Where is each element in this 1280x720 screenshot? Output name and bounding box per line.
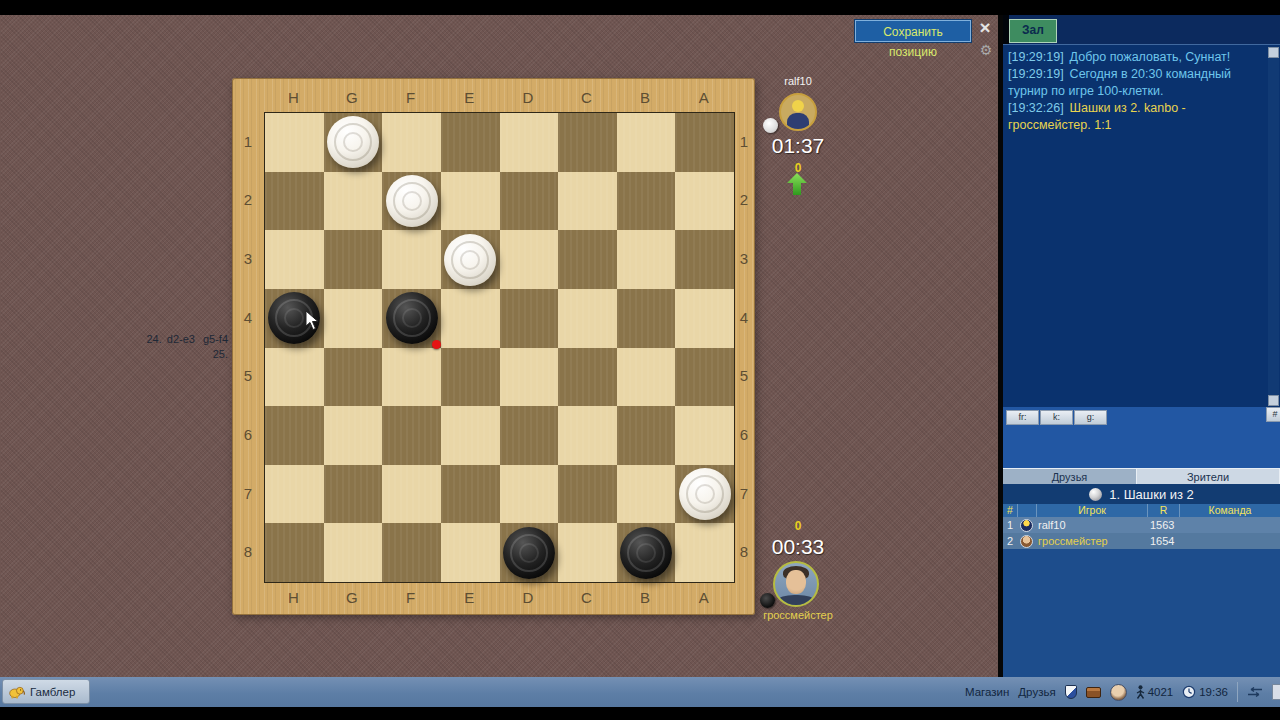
row-label-right-7: 7 [734,464,754,523]
board-square-d4[interactable] [500,289,559,348]
row-label-right-4: 4 [734,288,754,347]
board-square-e8[interactable] [441,523,500,582]
row-label-left-3: 3 [234,229,262,288]
board-square-c4[interactable] [558,289,617,348]
bottom-player-clock: 00:33 [755,535,841,559]
col-label-bottom-D: D [499,585,558,609]
bottom-player-name: гроссмейстер [750,609,846,621]
avatar-face [786,570,806,594]
board-square-g8[interactable] [324,523,383,582]
row-avatar-cell [1017,535,1036,548]
board-square-d6[interactable] [500,406,559,465]
board-square-c8[interactable] [558,523,617,582]
board-square-h7[interactable] [265,465,324,524]
table-header-Игрок: Игрок [1036,504,1147,517]
col-label-bottom-C: C [557,585,616,609]
player-rating: 1563 [1147,517,1179,533]
scroll-up-arrow[interactable] [1268,47,1279,58]
board-square-f4[interactable] [382,289,441,348]
player-name: гроссмейстер [1036,533,1147,549]
game-header-label: 1. Шашки из 2 [1109,487,1194,502]
board-square-e1[interactable] [441,113,500,172]
table-row-ralf10[interactable]: 1ralf101563 [1003,517,1280,533]
avatar-shoulders [778,595,814,607]
online-count: 4021 [1136,685,1174,699]
board-square-e4[interactable] [441,289,500,348]
chat-message: [19:29:19]Добро пожаловать, Суннат! [1008,49,1266,66]
table-header-#: # [1003,504,1017,517]
quick-button-fr[interactable]: fr: [1006,410,1039,425]
board-square-b3[interactable] [617,230,676,289]
top-player-avatar [779,93,817,131]
row-labels-right: 12345678 [734,112,754,581]
board-square-e2[interactable] [441,172,500,231]
avatar-head-icon [792,100,804,112]
row-label-right-1: 1 [734,112,754,171]
chat-scrollbar[interactable] [1268,47,1279,406]
col-label-top-C: C [557,85,616,109]
row-labels-left: 12345678 [234,112,262,581]
gambler-elephant-icon [8,685,25,699]
row-label-right-5: 5 [734,347,754,406]
board-square-g1[interactable] [324,113,383,172]
shield-icon[interactable] [1065,685,1077,699]
black-piece-indicator-icon [760,593,775,608]
board-square-c6[interactable] [558,406,617,465]
col-label-bottom-B: B [616,585,675,609]
taskbar-friends-link[interactable]: Друзья [1018,686,1055,698]
board-square-e5[interactable] [441,348,500,407]
column-labels-bottom: HGFEDCBA [264,585,733,609]
board-square-d1[interactable] [500,113,559,172]
board-square-e3[interactable] [441,230,500,289]
board-square-a2[interactable] [675,172,734,231]
board-square-b1[interactable] [617,113,676,172]
game-area: Сохранить позицию × ⚙ 24.d2-e3g5-f4 25. … [0,15,998,677]
board-square-c5[interactable] [558,348,617,407]
players-table-header: #ИгрокRКоманда [1003,504,1280,517]
board-square-d3[interactable] [500,230,559,289]
person-icon [1136,685,1145,699]
board-square-f2[interactable] [382,172,441,231]
spectators-tabs: ДрузьяЗрители [1003,468,1280,484]
side-panel: Зал [19:29:19]Добро пожаловать, Суннат![… [1003,15,1280,677]
taskbar-app-button[interactable]: Гамблер [2,679,90,704]
taskbar: Гамблер Магазин Друзья 4021 19:36 [0,677,1280,707]
row-label-right-6: 6 [734,405,754,464]
board-square-f6[interactable] [382,406,441,465]
board-square-c3[interactable] [558,230,617,289]
col-label-bottom-H: H [264,585,323,609]
ball-icon [1089,488,1102,501]
taskbar-right-cluster: Магазин Друзья 4021 19:36 [965,677,1280,707]
checkers-board-frame: HGFEDCBA HGFEDCBA 12345678 12345678 [232,78,755,615]
row-label-right-2: 2 [734,171,754,230]
board-square-h2[interactable] [265,172,324,231]
board-square-a1[interactable] [675,113,734,172]
taskbar-avatar-icon[interactable] [1110,684,1127,701]
board-square-h3[interactable] [265,230,324,289]
row-label-left-5: 5 [234,347,262,406]
tab-hall[interactable]: Зал [1009,19,1057,43]
table-header-R: R [1147,504,1179,517]
quick-button-k[interactable]: k: [1040,410,1073,425]
table-header-Команда: Команда [1179,504,1280,517]
top-player-name: ralf10 [755,75,841,87]
board-square-f5[interactable] [382,348,441,407]
board-square-a6[interactable] [675,406,734,465]
board-square-f1[interactable] [382,113,441,172]
col-label-top-H: H [264,85,323,109]
row-label-left-1: 1 [234,112,262,171]
chat-text: Добро пожаловать, Суннат! [1070,50,1231,64]
player-name: ralf10 [1036,517,1147,533]
board-square-h8[interactable] [265,523,324,582]
board-square-c7[interactable] [558,465,617,524]
edge-window-icon[interactable] [1272,684,1280,700]
move-list-line: 24.d2-e3g5-f4 [128,332,228,347]
board-square-g2[interactable] [324,172,383,231]
col-label-bottom-E: E [440,585,499,609]
board-square-f7[interactable] [382,465,441,524]
board-square-h5[interactable] [265,348,324,407]
player-rating: 1654 [1147,533,1179,549]
board-square-g6[interactable] [324,406,383,465]
row-label-left-6: 6 [234,405,262,464]
board-square-g5[interactable] [324,348,383,407]
chat-timestamp: [19:29:19] [1008,50,1064,64]
row-label-left-7: 7 [234,464,262,523]
board-square-g3[interactable] [324,230,383,289]
board-square-a7[interactable] [675,465,734,524]
board-square-c2[interactable] [558,172,617,231]
tab-spectators[interactable]: Зрители [1137,468,1280,484]
board-square-d5[interactable] [500,348,559,407]
board-square-a4[interactable] [675,289,734,348]
col-label-top-A: A [674,85,733,109]
board-square-b5[interactable] [617,348,676,407]
close-icon[interactable]: × [974,17,996,39]
table-header-icon [1017,504,1036,517]
board-square-h4[interactable] [265,289,324,348]
network-arrows-icon[interactable] [1247,687,1263,697]
chat-message: [19:29:19]Сегодня в 20:30 командный турн… [1008,66,1266,100]
row-label-left-8: 8 [234,522,262,581]
col-label-top-D: D [499,85,558,109]
chat-input-block: fr:k:g: # [1003,407,1280,468]
chat-box: [19:29:19]Добро пожаловать, Суннат![19:2… [1003,44,1280,407]
clock-icon [1182,685,1196,699]
top-player-score: 0 [755,161,841,175]
board-square-g4[interactable] [324,289,383,348]
board-square-b4[interactable] [617,289,676,348]
checkers-board [264,112,735,583]
board-square-a8[interactable] [675,523,734,582]
board-square-h6[interactable] [265,406,324,465]
move-list: 24.d2-e3g5-f4 25. [128,332,228,362]
board-square-a5[interactable] [675,348,734,407]
col-label-top-F: F [381,85,440,109]
row-number: 2 [1003,533,1017,549]
board-square-b6[interactable] [617,406,676,465]
board-square-h1[interactable] [265,113,324,172]
chat-timestamp: [19:32:26] [1008,101,1064,115]
table-row-гроссмейстер[interactable]: 2гроссмейстер1654 [1003,533,1280,549]
white-piece-indicator-icon [763,118,778,133]
row-label-left-2: 2 [234,171,262,230]
board-square-d8[interactable] [500,523,559,582]
gear-icon[interactable]: ⚙ [977,41,995,59]
row-label-right-3: 3 [734,229,754,288]
board-square-c1[interactable] [558,113,617,172]
chat-message: [19:32:26]Шашки из 2. kanbo - гроссмейст… [1008,100,1266,134]
quick-button-edge[interactable]: # [1266,407,1280,422]
col-label-bottom-G: G [323,585,382,609]
bottom-player-score: 0 [755,519,841,533]
board-square-d2[interactable] [500,172,559,231]
chat-tab-strip: Зал [1003,15,1280,44]
quick-button-g[interactable]: g: [1074,410,1107,425]
bottom-player-avatar [773,561,819,607]
col-label-top-B: B [616,85,675,109]
row-label-right-8: 8 [734,522,754,581]
tab-friends[interactable]: Друзья [1003,468,1137,484]
chat-messages: [19:29:19]Добро пожаловать, Суннат![19:2… [1008,49,1266,134]
player-avatar-icon [1020,519,1033,532]
board-square-b7[interactable] [617,465,676,524]
save-position-button[interactable]: Сохранить позицию [855,20,971,42]
taskbar-app-label: Гамблер [30,686,75,698]
board-square-f3[interactable] [382,230,441,289]
letterbox-top [0,0,1280,15]
board-square-b8[interactable] [617,523,676,582]
board-square-b2[interactable] [617,172,676,231]
col-label-top-E: E [440,85,499,109]
chest-icon[interactable] [1086,687,1101,698]
app-window: Сохранить позицию × ⚙ 24.d2-e3g5-f4 25. … [0,0,1280,720]
avatar-body-icon [787,113,809,129]
chat-quick-buttons: fr:k:g: [1006,410,1108,425]
board-square-f8[interactable] [382,523,441,582]
board-square-d7[interactable] [500,465,559,524]
col-label-top-G: G [323,85,382,109]
letterbox-bottom [0,707,1280,720]
game-header: 1. Шашки из 2 [1003,484,1280,504]
board-square-g7[interactable] [324,465,383,524]
board-square-a3[interactable] [675,230,734,289]
row-avatar-cell [1017,519,1036,532]
taskbar-separator [1237,682,1238,702]
top-player-clock: 01:37 [755,134,841,158]
column-labels-top: HGFEDCBA [264,85,733,109]
col-label-bottom-F: F [381,585,440,609]
board-square-e6[interactable] [441,406,500,465]
scroll-down-arrow[interactable] [1268,395,1279,406]
col-label-bottom-A: A [674,585,733,609]
chat-timestamp: [19:29:19] [1008,67,1064,81]
board-square-e7[interactable] [441,465,500,524]
taskbar-shop-link[interactable]: Магазин [965,686,1009,698]
move-list-next: 25. [128,347,228,362]
green-up-arrow-icon [787,173,807,195]
row-number: 1 [1003,517,1017,533]
taskbar-clock: 19:36 [1182,685,1228,699]
player-avatar-icon [1020,535,1033,548]
row-label-left-4: 4 [234,288,262,347]
